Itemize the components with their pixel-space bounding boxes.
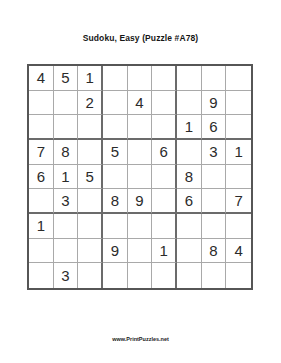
cell-r7c9 (226, 214, 251, 239)
cell-r6c8 (202, 189, 227, 214)
cell-r5c8 (202, 165, 227, 190)
cell-r2c1 (29, 91, 54, 116)
cell-r5c1: 6 (29, 165, 54, 190)
cell-r7c3 (78, 214, 103, 239)
cell-r9c7 (177, 263, 202, 288)
cell-r3c2 (54, 115, 79, 140)
cell-r5c6 (152, 165, 177, 190)
cell-r9c9 (226, 263, 251, 288)
cell-r8c7 (177, 239, 202, 264)
puzzle-title: Sudoku, Easy (Puzzle #A78) (0, 33, 281, 43)
cell-r4c3 (78, 140, 103, 165)
footer-url: www.PrintPuzzles.net (0, 336, 281, 342)
cell-r2c4 (103, 91, 128, 116)
cell-r8c6: 1 (152, 239, 177, 264)
cell-r3c3 (78, 115, 103, 140)
cell-r7c5 (128, 214, 153, 239)
cell-r7c7 (177, 214, 202, 239)
cell-r4c1: 7 (29, 140, 54, 165)
cell-r6c6 (152, 189, 177, 214)
cell-r2c7 (177, 91, 202, 116)
cell-r1c3: 1 (78, 66, 103, 91)
cell-r5c9 (226, 165, 251, 190)
cell-r1c7 (177, 66, 202, 91)
cell-r4c2: 8 (54, 140, 79, 165)
cell-r8c2 (54, 239, 79, 264)
cell-r7c1: 1 (29, 214, 54, 239)
cell-r1c8 (202, 66, 227, 91)
cell-r8c5 (128, 239, 153, 264)
cell-r3c9 (226, 115, 251, 140)
cell-r8c4: 9 (103, 239, 128, 264)
cell-r5c7: 8 (177, 165, 202, 190)
cell-r8c8: 8 (202, 239, 227, 264)
cell-r7c8 (202, 214, 227, 239)
cell-r4c6: 6 (152, 140, 177, 165)
cell-r5c5 (128, 165, 153, 190)
cell-r1c5 (128, 66, 153, 91)
cell-r3c1 (29, 115, 54, 140)
cell-r8c1 (29, 239, 54, 264)
cell-r6c4: 8 (103, 189, 128, 214)
cell-r9c3 (78, 263, 103, 288)
cell-r8c3 (78, 239, 103, 264)
cell-r2c5: 4 (128, 91, 153, 116)
cell-r9c5 (128, 263, 153, 288)
cell-r1c9 (226, 66, 251, 91)
cell-r5c3: 5 (78, 165, 103, 190)
cell-r9c4 (103, 263, 128, 288)
cell-r2c8: 9 (202, 91, 227, 116)
cell-r2c2 (54, 91, 79, 116)
cell-r5c4 (103, 165, 128, 190)
cell-r9c6 (152, 263, 177, 288)
cell-r4c8: 3 (202, 140, 227, 165)
cell-r2c6 (152, 91, 177, 116)
cell-r7c4 (103, 214, 128, 239)
cell-r1c6 (152, 66, 177, 91)
sudoku-grid: 45124916785631615838967191843 (27, 64, 253, 290)
cell-r9c1 (29, 263, 54, 288)
cell-r6c9: 7 (226, 189, 251, 214)
cell-r4c9: 1 (226, 140, 251, 165)
cell-r7c6 (152, 214, 177, 239)
cell-r6c5: 9 (128, 189, 153, 214)
cell-r5c2: 1 (54, 165, 79, 190)
cell-r4c5 (128, 140, 153, 165)
cell-r4c4: 5 (103, 140, 128, 165)
cell-r4c7 (177, 140, 202, 165)
cell-r6c7: 6 (177, 189, 202, 214)
cell-r3c5 (128, 115, 153, 140)
cell-r1c4 (103, 66, 128, 91)
cell-r2c3: 2 (78, 91, 103, 116)
cell-r6c1 (29, 189, 54, 214)
cell-r3c8: 6 (202, 115, 227, 140)
cell-r3c6 (152, 115, 177, 140)
cell-r9c2: 3 (54, 263, 79, 288)
cell-r3c7: 1 (177, 115, 202, 140)
cell-r1c1: 4 (29, 66, 54, 91)
cell-r7c2 (54, 214, 79, 239)
cell-r3c4 (103, 115, 128, 140)
cell-r2c9 (226, 91, 251, 116)
cell-r1c2: 5 (54, 66, 79, 91)
cell-r8c9: 4 (226, 239, 251, 264)
cell-r9c8 (202, 263, 227, 288)
sudoku-page: Sudoku, Easy (Puzzle #A78) 4512491678563… (0, 0, 281, 363)
cell-r6c2: 3 (54, 189, 79, 214)
cell-r6c3 (78, 189, 103, 214)
